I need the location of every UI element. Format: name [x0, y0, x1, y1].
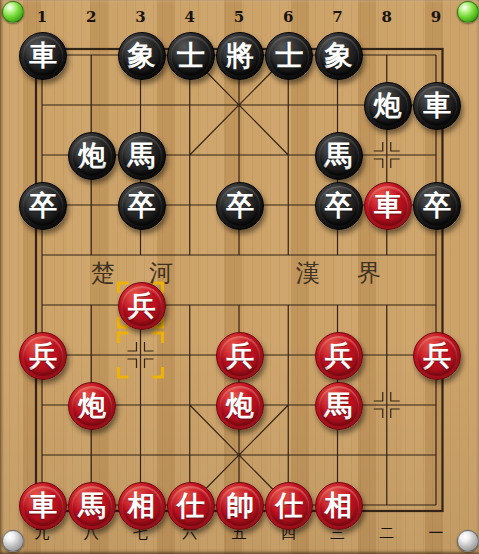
piece-black-general[interactable]: 將	[216, 32, 264, 80]
piece-red-soldier[interactable]: 兵	[216, 332, 264, 380]
river-char-3: 漢	[293, 259, 323, 287]
piece-black-soldier[interactable]: 卒	[413, 182, 461, 230]
file-label-top-8: 8	[374, 8, 400, 26]
piece-red-elephant[interactable]: 相	[315, 482, 363, 530]
piece-glyph: 帥	[226, 483, 254, 529]
piece-red-advisor[interactable]: 仕	[167, 482, 215, 530]
piece-black-cannon[interactable]: 炮	[364, 82, 412, 130]
xiangqi-board[interactable]: 123456789 九八七六五四三二一 楚河漢界 車象士將士象炮車炮馬馬卒卒卒卒…	[0, 0, 479, 554]
file-label-top-7: 7	[325, 8, 351, 26]
piece-glyph: 相	[325, 483, 353, 529]
piece-glyph: 炮	[78, 133, 106, 179]
piece-red-elephant[interactable]: 相	[118, 482, 166, 530]
piece-glyph: 卒	[226, 183, 254, 229]
piece-glyph: 卒	[325, 183, 353, 229]
piece-black-soldier[interactable]: 卒	[315, 182, 363, 230]
piece-glyph: 士	[177, 33, 205, 79]
piece-black-soldier[interactable]: 卒	[118, 182, 166, 230]
piece-red-horse[interactable]: 馬	[68, 482, 116, 530]
piece-glyph: 馬	[325, 383, 353, 429]
piece-red-cannon[interactable]: 炮	[216, 382, 264, 430]
piece-red-chariot[interactable]: 車	[364, 182, 412, 230]
turn-indicator-top-left	[2, 1, 24, 23]
piece-black-advisor[interactable]: 士	[265, 32, 313, 80]
piece-glyph: 兵	[325, 333, 353, 379]
piece-black-chariot[interactable]: 車	[413, 82, 461, 130]
file-label-top-1: 1	[29, 8, 55, 26]
file-label-top-3: 3	[128, 8, 154, 26]
board-grid	[0, 0, 479, 554]
piece-glyph: 馬	[128, 133, 156, 179]
turn-indicator-top-right	[457, 1, 479, 23]
piece-glyph: 象	[128, 33, 156, 79]
piece-glyph: 車	[374, 183, 402, 229]
piece-glyph: 卒	[29, 183, 57, 229]
file-label-top-2: 2	[78, 8, 104, 26]
piece-black-elephant[interactable]: 象	[118, 32, 166, 80]
piece-black-horse[interactable]: 馬	[118, 132, 166, 180]
file-label-top-5: 5	[226, 8, 252, 26]
piece-red-soldier[interactable]: 兵	[413, 332, 461, 380]
piece-red-cannon[interactable]: 炮	[68, 382, 116, 430]
file-label-top-4: 4	[177, 8, 203, 26]
piece-glyph: 炮	[374, 83, 402, 129]
piece-glyph: 兵	[423, 333, 451, 379]
piece-glyph: 車	[423, 83, 451, 129]
piece-black-soldier[interactable]: 卒	[216, 182, 264, 230]
turn-indicator-bottom-left	[2, 530, 24, 552]
river-char-1: 楚	[88, 259, 118, 287]
piece-glyph: 兵	[128, 283, 156, 329]
piece-red-chariot[interactable]: 車	[19, 482, 67, 530]
piece-glyph: 炮	[226, 383, 254, 429]
piece-black-soldier[interactable]: 卒	[19, 182, 67, 230]
piece-glyph: 仕	[275, 483, 303, 529]
piece-glyph: 車	[29, 483, 57, 529]
piece-glyph: 將	[226, 33, 254, 79]
piece-black-elephant[interactable]: 象	[315, 32, 363, 80]
piece-black-horse[interactable]: 馬	[315, 132, 363, 180]
piece-glyph: 馬	[325, 133, 353, 179]
piece-red-horse[interactable]: 馬	[315, 382, 363, 430]
piece-black-advisor[interactable]: 士	[167, 32, 215, 80]
file-label-top-6: 6	[275, 8, 301, 26]
piece-glyph: 相	[128, 483, 156, 529]
piece-red-soldier[interactable]: 兵	[118, 282, 166, 330]
piece-glyph: 車	[29, 33, 57, 79]
piece-red-soldier[interactable]: 兵	[19, 332, 67, 380]
piece-red-general[interactable]: 帥	[216, 482, 264, 530]
piece-glyph: 仕	[177, 483, 205, 529]
piece-glyph: 馬	[78, 483, 106, 529]
piece-glyph: 炮	[78, 383, 106, 429]
piece-black-cannon[interactable]: 炮	[68, 132, 116, 180]
file-label-top-9: 9	[423, 8, 449, 26]
piece-glyph: 士	[275, 33, 303, 79]
piece-glyph: 卒	[423, 183, 451, 229]
piece-glyph: 卒	[128, 183, 156, 229]
piece-black-chariot[interactable]: 車	[19, 32, 67, 80]
file-label-bottom-9: 一	[423, 524, 449, 543]
piece-glyph: 兵	[29, 333, 57, 379]
piece-red-soldier[interactable]: 兵	[315, 332, 363, 380]
piece-glyph: 兵	[226, 333, 254, 379]
piece-red-advisor[interactable]: 仕	[265, 482, 313, 530]
file-label-bottom-8: 二	[374, 524, 400, 543]
river-char-4: 界	[354, 259, 384, 287]
turn-indicator-bottom-right	[457, 530, 479, 552]
piece-glyph: 象	[325, 33, 353, 79]
